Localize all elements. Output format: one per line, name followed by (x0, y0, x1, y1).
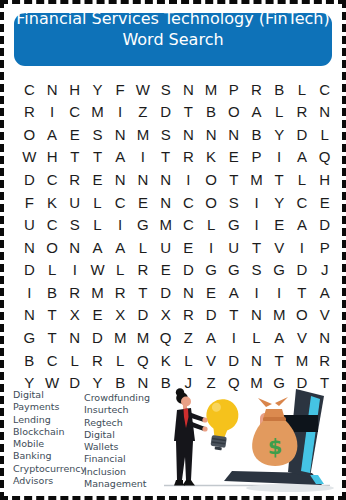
grid-cell-r8c4[interactable]: A (86, 236, 109, 259)
grid-cell-r1c8[interactable]: N (177, 78, 200, 101)
grid-cell-r11c2[interactable]: T (41, 304, 64, 327)
grid-cell-r12c9[interactable]: A (200, 326, 223, 349)
grid-cell-r13c5[interactable]: L (109, 349, 132, 372)
grid-cell-r7c13[interactable]: A (291, 213, 314, 236)
grid-cell-r11c11[interactable]: N (245, 304, 268, 327)
grid-cell-r9c12[interactable]: G (268, 259, 291, 282)
grid-cell-r7c9[interactable]: L (200, 213, 223, 236)
grid-cell-r4c13[interactable]: A (291, 146, 314, 169)
grid-cell-r12c1[interactable]: G (18, 326, 41, 349)
grid-cell-r2c11[interactable]: A (245, 101, 268, 124)
grid-cell-r8c2[interactable]: O (41, 236, 64, 259)
grid-cell-r13c11[interactable]: N (245, 349, 268, 372)
grid-cell-r2c3[interactable]: C (63, 101, 86, 124)
word-search-grid: CNHYFWSNMPRBLCRICMIZDTBOALRNOAESNMSNNNBY… (18, 78, 336, 394)
grid-cell-r7c4[interactable]: L (86, 213, 109, 236)
grid-cell-r10c12[interactable]: I (268, 281, 291, 304)
word-item-digital: Digital (84, 429, 150, 441)
grid-cell-r9c6[interactable]: R (132, 259, 155, 282)
grid-cell-r4c4[interactable]: T (86, 146, 109, 169)
grid-cell-r13c9[interactable]: V (200, 349, 223, 372)
grid-cell-r5c9[interactable]: O (200, 168, 223, 191)
grid-cell-r11c1[interactable]: N (18, 304, 41, 327)
grid-cell-r9c11[interactable]: S (245, 259, 268, 282)
grid-cell-r8c8[interactable]: E (177, 236, 200, 259)
grid-cell-r6c8[interactable]: C (177, 191, 200, 214)
grid-cell-r6c12[interactable]: Y (268, 191, 291, 214)
grid-cell-r8c3[interactable]: N (63, 236, 86, 259)
grid-cell-r13c10[interactable]: D (222, 349, 245, 372)
grid-cell-r9c8[interactable]: D (177, 259, 200, 282)
grid-cell-r3c6[interactable]: M (132, 123, 155, 146)
dollar-sign: $ (268, 435, 283, 459)
grid-cell-r13c1[interactable]: B (18, 349, 41, 372)
grid-cell-r1c9[interactable]: M (200, 78, 223, 101)
grid-cell-r3c5[interactable]: N (109, 123, 132, 146)
grid-cell-r6c3[interactable]: U (63, 191, 86, 214)
grid-cell-r11c9[interactable]: D (200, 304, 223, 327)
grid-cell-r6c9[interactable]: O (200, 191, 223, 214)
grid-cell-r9c9[interactable]: G (200, 259, 223, 282)
grid-cell-r11c7[interactable]: X (154, 304, 177, 327)
hand-bottom (202, 426, 207, 431)
grid-cell-r5c3[interactable]: R (63, 168, 86, 191)
grid-cell-r3c14[interactable]: L (313, 123, 336, 146)
grid-cell-r5c11[interactable]: M (245, 168, 268, 191)
grid-cell-r6c1[interactable]: F (18, 191, 41, 214)
grid-cell-r8c6[interactable]: L (132, 236, 155, 259)
fintech-illustration: $ (162, 387, 342, 499)
grid-cell-r4c10[interactable]: E (222, 146, 245, 169)
grid-cell-r8c7[interactable]: U (154, 236, 177, 259)
grid-cell-r2c4[interactable]: M (86, 101, 109, 124)
grid-cell-r7c11[interactable]: I (245, 213, 268, 236)
word-list-column-2: CrowdfundingInsurtechRegtechDigitalWalle… (84, 392, 150, 490)
grid-cell-r11c10[interactable]: T (222, 304, 245, 327)
grid-cell-r10c8[interactable]: N (177, 281, 200, 304)
grid-cell-r12c12[interactable]: A (268, 326, 291, 349)
grid-cell-r1c3[interactable]: H (63, 78, 86, 101)
grid-cell-r7c2[interactable]: C (41, 213, 64, 236)
grid-cell-r13c7[interactable]: K (154, 349, 177, 372)
grid-cell-r9c14[interactable]: J (313, 259, 336, 282)
word-item-inclusion: Inclusion (84, 466, 150, 478)
grid-cell-r10c5[interactable]: R (109, 281, 132, 304)
grid-cell-r8c1[interactable]: N (18, 236, 41, 259)
word-item-financial: Financial (84, 453, 150, 465)
worksheet-page: Financial Services Technology (FinTech) … (0, 0, 346, 500)
grid-cell-r11c5[interactable]: X (109, 304, 132, 327)
grid-cell-r1c6[interactable]: W (132, 78, 155, 101)
shoe-left (174, 480, 185, 486)
grid-cell-r2c8[interactable]: T (177, 101, 200, 124)
grid-cell-r5c6[interactable]: N (132, 168, 155, 191)
grid-cell-r12c3[interactable]: N (63, 326, 86, 349)
grid-cell-r9c13[interactable]: D (291, 259, 314, 282)
grid-cell-r4c8[interactable]: R (177, 146, 200, 169)
hand-top (202, 417, 207, 422)
grid-cell-r2c13[interactable]: R (291, 101, 314, 124)
grid-cell-r4c12[interactable]: I (268, 146, 291, 169)
grid-cell-r4c1[interactable]: W (18, 146, 41, 169)
grid-cell-r10c11[interactable]: I (245, 281, 268, 304)
grid-cell-r11c6[interactable]: D (132, 304, 155, 327)
grid-cell-r7c1[interactable]: U (18, 213, 41, 236)
grid-cell-r1c2[interactable]: N (41, 78, 64, 101)
word-list-column-1: DigitalPaymentsLendingBlockchainMobileBa… (13, 389, 86, 487)
grid-cell-r9c1[interactable]: D (18, 259, 41, 282)
word-item-management: Management (84, 478, 150, 490)
grid-cell-r7c12[interactable]: E (268, 213, 291, 236)
grid-cell-r2c9[interactable]: B (200, 101, 223, 124)
grid-cell-r13c2[interactable]: C (41, 349, 64, 372)
word-item-digital: Digital (13, 389, 86, 401)
grid-cell-r14c4[interactable]: Y (86, 371, 109, 394)
grid-cell-r12c14[interactable]: N (313, 326, 336, 349)
grid-cell-r8c12[interactable]: V (268, 236, 291, 259)
grid-cell-r7c5[interactable]: I (109, 213, 132, 236)
grid-cell-r11c3[interactable]: X (63, 304, 86, 327)
grid-cell-r12c13[interactable]: V (291, 326, 314, 349)
grid-cell-r4c3[interactable]: T (63, 146, 86, 169)
grid-cell-r1c12[interactable]: B (268, 78, 291, 101)
grid-cell-r7c8[interactable]: C (177, 213, 200, 236)
word-item-mobile: Mobile (13, 438, 86, 450)
grid-cell-r12c6[interactable]: M (132, 326, 155, 349)
grid-cell-r6c7[interactable]: N (154, 191, 177, 214)
grid-cell-r13c3[interactable]: L (63, 349, 86, 372)
grid-cell-r3c1[interactable]: O (18, 123, 41, 146)
grid-cell-r5c7[interactable]: N (154, 168, 177, 191)
grid-cell-r10c9[interactable]: E (200, 281, 223, 304)
grid-cell-r4c14[interactable]: Q (313, 146, 336, 169)
grid-cell-r5c4[interactable]: E (86, 168, 109, 191)
grid-cell-r3c3[interactable]: E (63, 123, 86, 146)
grid-cell-r5c8[interactable]: I (177, 168, 200, 191)
grid-cell-r7c7[interactable]: M (154, 213, 177, 236)
grid-cell-r3c10[interactable]: N (222, 123, 245, 146)
grid-cell-r7c3[interactable]: S (63, 213, 86, 236)
word-item-blockchain: Blockchain (13, 426, 86, 438)
grid-cell-r11c13[interactable]: O (291, 304, 314, 327)
light-bulb-icon (202, 397, 241, 452)
grid-cell-r1c1[interactable]: C (18, 78, 41, 101)
grid-cell-r12c4[interactable]: D (86, 326, 109, 349)
grid-cell-r12c7[interactable]: Q (154, 326, 177, 349)
grid-cell-r12c2[interactable]: T (41, 326, 64, 349)
grid-cell-r2c12[interactable]: L (268, 101, 291, 124)
grid-cell-r11c8[interactable]: R (177, 304, 200, 327)
grid-cell-r4c6[interactable]: I (132, 146, 155, 169)
shoe-right (184, 480, 195, 486)
grid-cell-r2c14[interactable]: N (313, 101, 336, 124)
grid-cell-r3c13[interactable]: D (291, 123, 314, 146)
grid-cell-r2c7[interactable]: D (154, 101, 177, 124)
grid-cell-r4c2[interactable]: H (41, 146, 64, 169)
grid-cell-r7c14[interactable]: D (313, 213, 336, 236)
puzzle-title-line1: Financial Services Technology (FinTech) (16, 9, 329, 29)
grid-cell-r2c10[interactable]: O (222, 101, 245, 124)
grid-cell-r3c7[interactable]: S (154, 123, 177, 146)
grid-cell-r13c4[interactable]: R (86, 349, 109, 372)
grid-cell-r13c14[interactable]: R (313, 349, 336, 372)
grid-cell-r4c7[interactable]: T (154, 146, 177, 169)
grid-cell-r5c5[interactable]: N (109, 168, 132, 191)
grid-cell-r8c9[interactable]: I (200, 236, 223, 259)
grid-cell-r14c6[interactable]: N (132, 371, 155, 394)
trousers (176, 441, 193, 480)
grid-cell-r10c10[interactable]: A (222, 281, 245, 304)
grid-cell-r13c6[interactable]: Q (132, 349, 155, 372)
word-item-advisors: Advisors (13, 475, 86, 487)
grid-cell-r5c12[interactable]: T (268, 168, 291, 191)
grid-cell-r10c7[interactable]: D (154, 281, 177, 304)
grid-cell-r1c14[interactable]: C (313, 78, 336, 101)
grid-cell-r14c5[interactable]: B (109, 371, 132, 394)
grid-cell-r2c6[interactable]: Z (132, 101, 155, 124)
grid-cell-r5c13[interactable]: L (291, 168, 314, 191)
grid-cell-r12c5[interactable]: M (109, 326, 132, 349)
word-item-regtech: Regtech (84, 417, 150, 429)
grid-cell-r6c2[interactable]: K (41, 191, 64, 214)
grid-cell-r13c12[interactable]: T (268, 349, 291, 372)
money-bag-icon: $ (252, 397, 297, 466)
grid-cell-r8c10[interactable]: U (222, 236, 245, 259)
grid-cell-r2c1[interactable]: R (18, 101, 41, 124)
grid-cell-r3c8[interactable]: N (177, 123, 200, 146)
word-item-payments: Payments (13, 401, 86, 413)
grid-cell-r3c9[interactable]: N (200, 123, 223, 146)
grid-cell-r5c10[interactable]: T (222, 168, 245, 191)
grid-cell-r5c2[interactable]: C (41, 168, 64, 191)
grid-cell-r1c13[interactable]: L (291, 78, 314, 101)
grid-cell-r2c2[interactable]: I (41, 101, 64, 124)
grid-cell-r3c4[interactable]: S (86, 123, 109, 146)
grid-cell-r8c5[interactable]: A (109, 236, 132, 259)
grid-cell-r6c14[interactable]: E (313, 191, 336, 214)
grid-cell-r4c5[interactable]: A (109, 146, 132, 169)
grid-cell-r5c1[interactable]: D (18, 168, 41, 191)
grid-cell-r1c7[interactable]: S (154, 78, 177, 101)
grid-cell-r10c14[interactable]: A (313, 281, 336, 304)
grid-cell-r1c4[interactable]: Y (86, 78, 109, 101)
grid-cell-r1c11[interactable]: R (245, 78, 268, 101)
grid-cell-r3c11[interactable]: B (245, 123, 268, 146)
woman-figure (174, 388, 208, 485)
grid-cell-r7c10[interactable]: G (222, 213, 245, 236)
word-item-wallets: Wallets (84, 441, 150, 453)
grid-cell-r9c5[interactable]: L (109, 259, 132, 282)
grid-cell-r6c13[interactable]: C (291, 191, 314, 214)
grid-cell-r9c7[interactable]: E (154, 259, 177, 282)
grid-cell-r10c1[interactable]: I (18, 281, 41, 304)
grid-cell-r12c10[interactable]: I (222, 326, 245, 349)
grid-cell-r6c6[interactable]: E (132, 191, 155, 214)
grid-cell-r9c4[interactable]: W (86, 259, 109, 282)
grid-cell-r13c13[interactable]: M (291, 349, 314, 372)
grid-cell-r13c8[interactable]: L (177, 349, 200, 372)
grid-cell-r4c11[interactable]: P (245, 146, 268, 169)
grid-cell-r11c12[interactable]: M (268, 304, 291, 327)
grid-cell-r10c4[interactable]: M (86, 281, 109, 304)
grid-cell-r10c13[interactable]: T (291, 281, 314, 304)
grid-cell-r8c14[interactable]: P (313, 236, 336, 259)
grid-cell-r3c2[interactable]: A (41, 123, 64, 146)
grid-cell-r9c2[interactable]: L (41, 259, 64, 282)
grid-cell-r6c5[interactable]: C (109, 191, 132, 214)
grid-cell-r1c10[interactable]: P (222, 78, 245, 101)
puzzle-title-line2: Word Search (122, 30, 223, 50)
grid-cell-r10c6[interactable]: T (132, 281, 155, 304)
grid-cell-r5c14[interactable]: H (313, 168, 336, 191)
grid-cell-r8c11[interactable]: T (245, 236, 268, 259)
grid-cell-r8c13[interactable]: I (291, 236, 314, 259)
laptop-shadow (246, 484, 334, 492)
grid-cell-r6c4[interactable]: L (86, 191, 109, 214)
grid-cell-r1c5[interactable]: F (109, 78, 132, 101)
grid-cell-r9c10[interactable]: G (222, 259, 245, 282)
grid-cell-r11c14[interactable]: V (313, 304, 336, 327)
grid-cell-r10c2[interactable]: B (41, 281, 64, 304)
word-item-insurtech: Insurtech (84, 404, 150, 416)
grid-cell-r12c11[interactable]: L (245, 326, 268, 349)
word-item-crowdfunding: Crowdfunding (84, 392, 150, 404)
grid-cell-r10c3[interactable]: R (63, 281, 86, 304)
grid-cell-r4c9[interactable]: K (200, 146, 223, 169)
word-item-cryptocurrency: Cryptocurrency (13, 463, 86, 475)
word-item-banking: Banking (13, 450, 86, 462)
grid-cell-r12c8[interactable]: Z (177, 326, 200, 349)
grid-cell-r3c12[interactable]: Y (268, 123, 291, 146)
grid-cell-r2c5[interactable]: I (109, 101, 132, 124)
grid-cell-r9c3[interactable]: I (63, 259, 86, 282)
grid-cell-r6c10[interactable]: S (222, 191, 245, 214)
word-item-lending: Lending (13, 414, 86, 426)
grid-cell-r6c11[interactable]: I (245, 191, 268, 214)
grid-cell-r7c6[interactable]: G (132, 213, 155, 236)
grid-cell-r11c4[interactable]: E (86, 304, 109, 327)
